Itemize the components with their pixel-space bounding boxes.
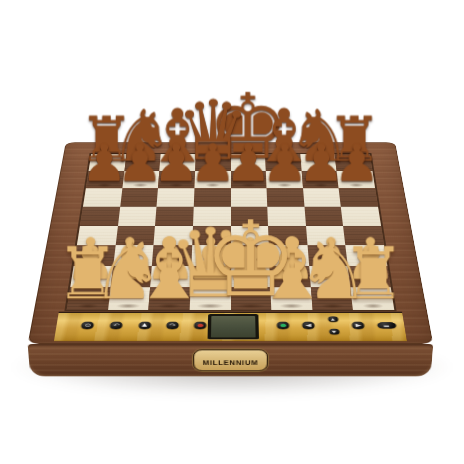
- piece-white-knight-b1[interactable]: ♞: [91, 231, 165, 310]
- button-red[interactable]: ●: [194, 322, 206, 330]
- button-takeback[interactable]: ↶: [110, 322, 123, 330]
- square-e1[interactable]: ♚: [231, 287, 272, 309]
- square-h7[interactable]: ♟: [337, 171, 375, 189]
- scene: ♜♞♝♛♚♝♞♜♟♟♟♟♟♟♟♟♟♟♟♟♟♟♟♟♜♞♝♛♚♝♞♜ ⊙↶♟↷●●◀…: [0, 0, 464, 464]
- piece-white-king-e1[interactable]: ♚: [204, 210, 298, 309]
- square-g1[interactable]: ♞: [311, 287, 354, 309]
- button-right[interactable]: ▶: [352, 322, 365, 330]
- button-forward[interactable]: ↷: [166, 322, 179, 330]
- brand-text: MILLENNIUM: [203, 359, 259, 365]
- chess-computer: ♜♞♝♛♚♝♞♜♟♟♟♟♟♟♟♟♟♟♟♟♟♟♟♟♜♞♝♛♚♝♞♜ ⊙↶♟↷●●◀…: [28, 142, 434, 344]
- front-face: MILLENNIUM: [28, 344, 434, 377]
- piece-white-knight-g1[interactable]: ♞: [296, 231, 370, 310]
- button-green[interactable]: ●: [277, 322, 290, 330]
- button-left[interactable]: ◀: [302, 322, 315, 330]
- button-down[interactable]: ▼: [329, 329, 340, 335]
- button-power[interactable]: ⊙: [81, 322, 94, 330]
- brand-plaque: MILLENNIUM: [192, 349, 268, 371]
- control-panel: ⊙↶♟↷●●◀▲▼▶▬: [54, 312, 407, 342]
- lcd-screen: [211, 316, 256, 338]
- square-b1[interactable]: ♞: [108, 287, 151, 309]
- board[interactable]: ♜♞♝♛♚♝♞♜♟♟♟♟♟♟♟♟♟♟♟♟♟♟♟♟♜♞♝♛♚♝♞♜: [64, 153, 396, 311]
- button-hint[interactable]: ♟: [138, 322, 151, 330]
- piece-black-pawn-h7[interactable]: ♟: [334, 139, 381, 188]
